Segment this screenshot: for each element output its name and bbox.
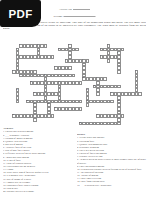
crossword-cell[interactable] bbox=[75, 48, 79, 52]
down-clues-section: DOWN 1. Neither stable nor unstable2. St… bbox=[77, 133, 147, 197]
crossword-cell[interactable] bbox=[117, 85, 121, 89]
crossword-cell[interactable] bbox=[16, 100, 20, 104]
pdf-badge: PDF bbox=[0, 0, 41, 27]
down-clue-list: 1. Neither stable nor unstable2. Stretch… bbox=[77, 136, 147, 186]
crossword-cell[interactable] bbox=[121, 48, 125, 52]
activity-blank-line[interactable] bbox=[73, 7, 90, 10]
down-clue: 15. ___ is adjacent side / hypotenuse bbox=[77, 183, 147, 186]
crossword-cell[interactable] bbox=[117, 122, 121, 126]
worksheet-page: PDF Activity No. Section: Direction: Ans… bbox=[0, 0, 149, 198]
crossword-cell[interactable] bbox=[44, 44, 48, 48]
crossword-cell[interactable] bbox=[138, 92, 142, 96]
crossword-cell[interactable] bbox=[79, 107, 83, 111]
pdf-badge-label: PDF bbox=[8, 8, 32, 20]
crossword-cell[interactable] bbox=[68, 66, 72, 70]
crossword-cell[interactable] bbox=[110, 100, 114, 104]
section-blank-line[interactable] bbox=[63, 14, 95, 17]
crossword-cell[interactable] bbox=[121, 114, 125, 118]
crossword-cell[interactable] bbox=[107, 59, 111, 63]
crossword-cell[interactable] bbox=[86, 103, 90, 107]
crossword-cell[interactable] bbox=[79, 81, 83, 85]
across-clues-section: ACROSS 1. Physics that describes motion2… bbox=[3, 127, 74, 197]
section-label: Section: bbox=[54, 14, 63, 17]
activity-label: Activity No. bbox=[59, 7, 72, 10]
across-clue-list: 1. Physics that describes motion2. ___ i… bbox=[3, 130, 74, 193]
crossword-cell[interactable] bbox=[96, 92, 100, 96]
crossword-cell[interactable] bbox=[117, 70, 121, 74]
crossword-cell[interactable] bbox=[72, 74, 76, 78]
crossword-cell[interactable] bbox=[51, 114, 55, 118]
crossword-cell[interactable] bbox=[86, 59, 90, 63]
crossword-grid: 1234567891011121314151617181920123456789… bbox=[12, 44, 146, 126]
crossword-cell[interactable] bbox=[33, 118, 37, 122]
crossword-cell[interactable] bbox=[79, 100, 83, 104]
across-clue: 20. Distance covered in a change bbox=[3, 190, 74, 193]
crossword-cell[interactable] bbox=[103, 77, 107, 81]
crossword-cell[interactable] bbox=[51, 55, 55, 59]
